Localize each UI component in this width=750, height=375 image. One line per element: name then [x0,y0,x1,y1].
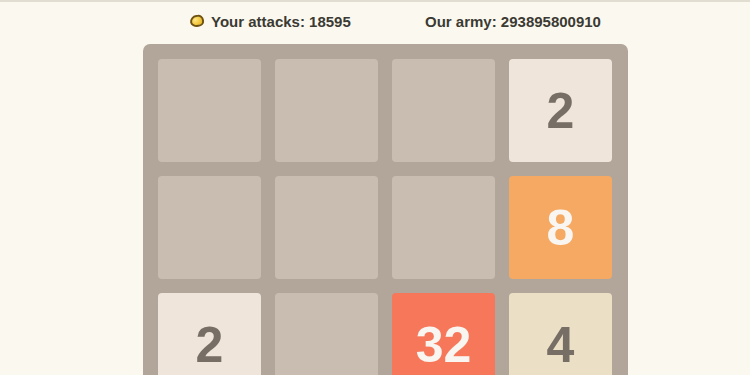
tile-2: 2 [158,293,261,375]
tile-2: 2 [509,59,612,162]
empty-cell [392,59,495,162]
empty-cell [275,293,378,375]
empty-cell [275,176,378,279]
attacks-text: Your attacks: 18595 [211,13,351,30]
stats-bar: Your attacks: 18595 Our army: 2938958009… [0,0,750,40]
tile-4: 4 [509,293,612,375]
army-stat: Our army: 293895800910 [425,2,601,40]
tile-8: 8 [509,176,612,279]
gold-coin-icon [189,14,205,28]
empty-cell [275,59,378,162]
army-text: Our army: 293895800910 [425,13,601,30]
empty-cell [158,176,261,279]
empty-cell [392,176,495,279]
tile-32: 32 [392,293,495,375]
empty-cell [158,59,261,162]
game-board-2048[interactable]: 282324 [143,44,628,375]
attacks-stat: Your attacks: 18595 [190,2,351,40]
